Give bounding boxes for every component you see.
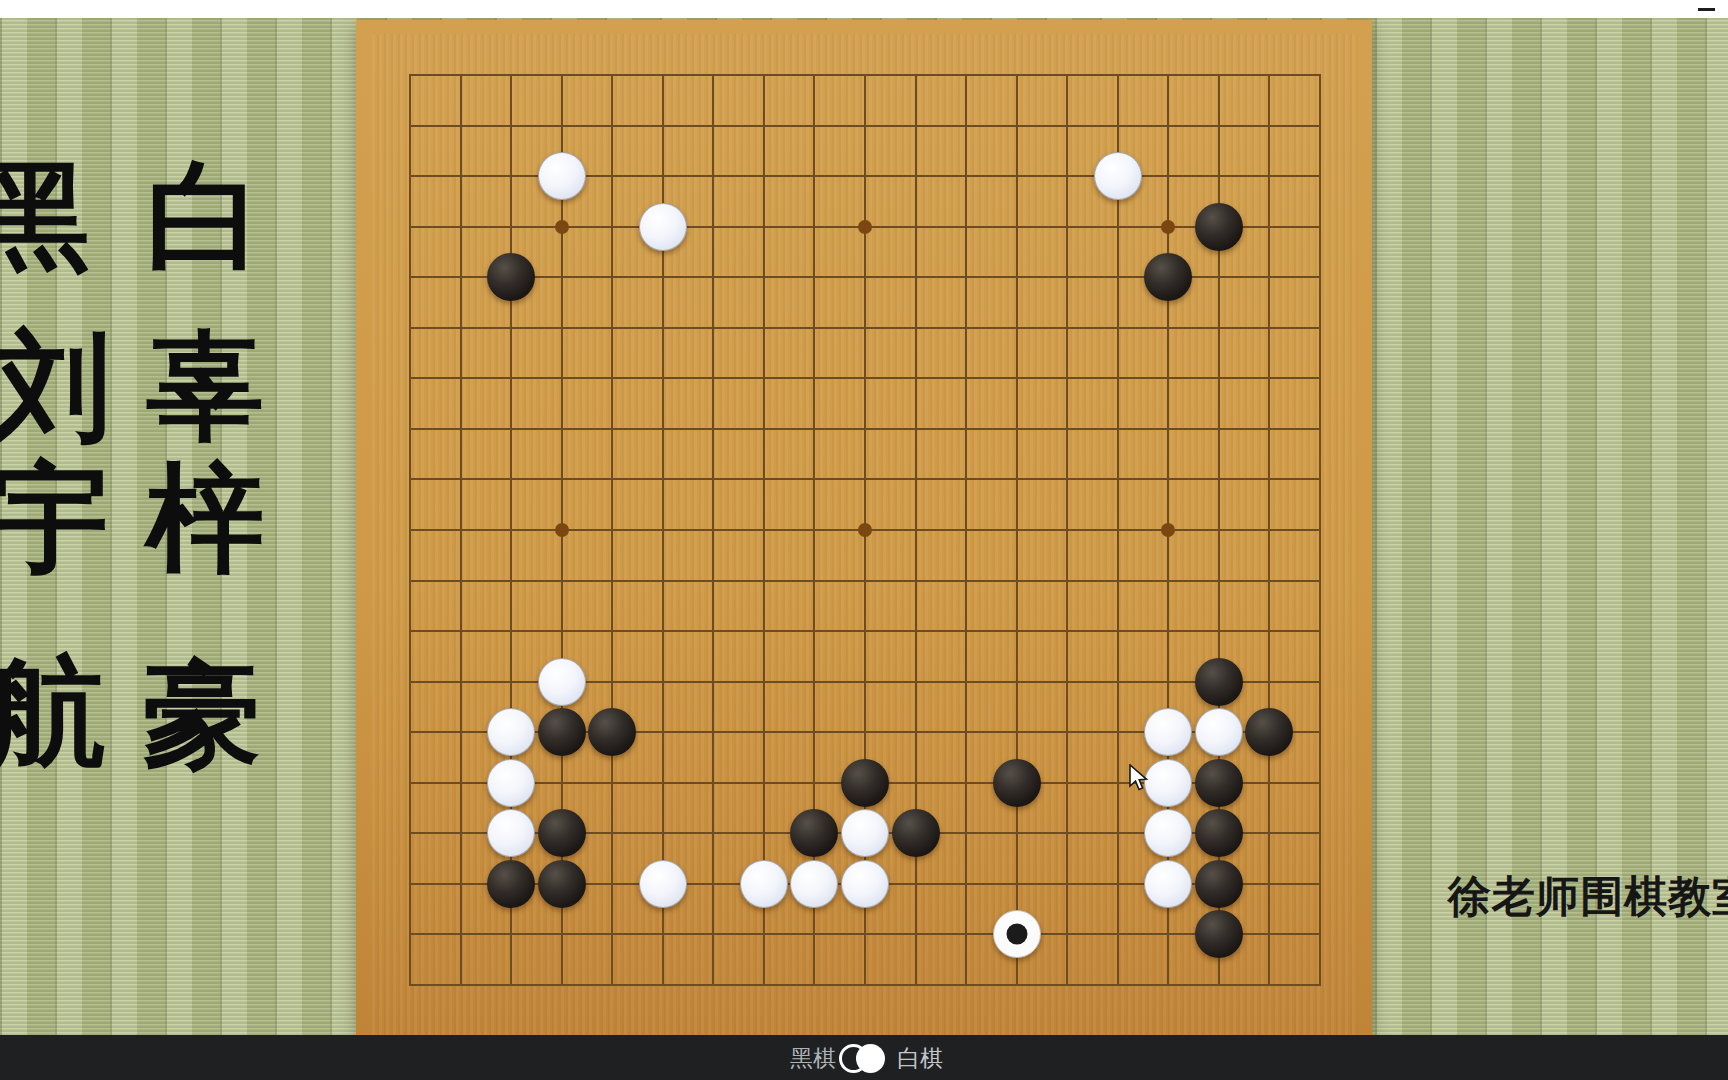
black-stone [1195,860,1243,908]
black-stone [1195,658,1243,706]
black-stone [538,809,586,857]
black-player-name-char-2: 宇 [0,459,109,577]
color-toggle[interactable] [839,1044,885,1074]
black-player-label: 黑 [0,157,90,275]
minimize-icon[interactable] [1698,8,1715,11]
black-stone [841,759,889,807]
white-stone [538,658,586,706]
black-stone [892,809,940,857]
white-stone [841,809,889,857]
star-point [1161,220,1175,234]
white-stone [790,860,838,908]
white-player-name-char-3: 豪 [143,655,261,773]
white-stone [1195,708,1243,756]
black-stone [1195,809,1243,857]
white-stone [487,708,535,756]
white-stone [740,860,788,908]
toggle-white-knob-icon [856,1044,885,1073]
watermark-text: 徐老师围棋教室 [1448,868,1728,926]
white-stone [487,759,535,807]
star-point [858,220,872,234]
black-stone [993,759,1041,807]
mouse-cursor-icon [1128,764,1150,794]
white-stone [639,203,687,251]
black-stone [1195,910,1243,958]
white-stone [1144,860,1192,908]
star-point [555,523,569,537]
white-stone [841,860,889,908]
black-player-name-char-1: 刘 [0,327,111,445]
black-stone [487,253,535,301]
black-stone [538,708,586,756]
white-stone-last-move [993,910,1041,958]
white-stone [1094,152,1142,200]
star-point [555,220,569,234]
white-player-name-char-2: 梓 [146,459,264,577]
bottom-bar: 黑棋 白棋 [0,1035,1728,1080]
black-player-name-char-3: 航 [0,653,106,771]
window-titlebar [0,0,1728,18]
last-move-marker [1006,924,1027,945]
white-stone [639,860,687,908]
app-screen: 黑 刘 宇 航 白 辜 梓 豪 徐老师围棋教室 黑棋 白棋 [0,0,1728,1080]
star-point [858,523,872,537]
white-toggle-label: 白棋 [897,1042,943,1073]
black-stone [487,860,535,908]
white-stone [538,152,586,200]
white-stone [1144,759,1192,807]
black-stone [1195,203,1243,251]
black-stone [538,860,586,908]
black-toggle-label: 黑棋 [790,1042,836,1073]
white-player-name-char-1: 辜 [146,327,264,445]
black-stone [1195,759,1243,807]
white-player-label: 白 [146,157,264,275]
